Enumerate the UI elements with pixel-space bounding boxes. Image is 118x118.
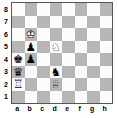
square-e6[interactable] bbox=[62, 28, 75, 41]
square-e7[interactable] bbox=[62, 16, 75, 29]
white-knight[interactable]: ♞♘ bbox=[51, 41, 61, 54]
rank-label-2: 2 bbox=[0, 78, 11, 91]
square-e5[interactable] bbox=[62, 41, 75, 54]
square-h8[interactable] bbox=[100, 3, 113, 16]
rank-label-8: 8 bbox=[0, 3, 11, 16]
square-g1[interactable] bbox=[87, 91, 100, 104]
square-a4[interactable]: ♚ bbox=[12, 53, 25, 66]
square-a8[interactable] bbox=[12, 3, 25, 16]
square-f3[interactable] bbox=[75, 66, 88, 79]
black-king[interactable]: ♚ bbox=[13, 53, 23, 66]
square-d4[interactable] bbox=[50, 53, 63, 66]
square-d2[interactable]: ♛♕ bbox=[50, 78, 63, 91]
rank-label-3: 3 bbox=[0, 66, 11, 79]
file-label-e: e bbox=[61, 105, 74, 115]
white-knight-glyph: ♘ bbox=[51, 40, 61, 54]
rank-label-4: 4 bbox=[0, 53, 11, 66]
file-label-b: b bbox=[24, 105, 37, 115]
square-f2[interactable] bbox=[75, 78, 88, 91]
rank-label-6: 6 bbox=[0, 28, 11, 41]
square-b6[interactable]: ♚♔ bbox=[25, 28, 38, 41]
file-label-c: c bbox=[36, 105, 49, 115]
square-c7[interactable] bbox=[37, 16, 50, 29]
rank-label-5: 5 bbox=[0, 41, 11, 54]
square-c3[interactable] bbox=[37, 66, 50, 79]
file-label-h: h bbox=[99, 105, 112, 115]
square-f5[interactable] bbox=[75, 41, 88, 54]
square-g5[interactable] bbox=[87, 41, 100, 54]
black-pawn-glyph: ♟ bbox=[26, 52, 36, 66]
square-b3[interactable] bbox=[25, 66, 38, 79]
white-rook-glyph: ♖ bbox=[13, 77, 23, 91]
square-c8[interactable] bbox=[37, 3, 50, 16]
rank-labels: 87654321 bbox=[0, 2, 11, 104]
square-e1[interactable] bbox=[62, 91, 75, 104]
square-g4[interactable] bbox=[87, 53, 100, 66]
square-h3[interactable] bbox=[100, 66, 113, 79]
square-c2[interactable] bbox=[37, 78, 50, 91]
square-a6[interactable] bbox=[12, 28, 25, 41]
square-b2[interactable] bbox=[25, 78, 38, 91]
square-a7[interactable] bbox=[12, 16, 25, 29]
file-label-d: d bbox=[49, 105, 62, 115]
rank-label-7: 7 bbox=[0, 16, 11, 29]
file-label-g: g bbox=[86, 105, 99, 115]
square-d5[interactable]: ♞♘ bbox=[50, 41, 63, 54]
square-e8[interactable] bbox=[62, 3, 75, 16]
chess-diagram: 87654321 ♚♔♟♞♘♚♟♛♞♜♖♛♕ abcdefgh bbox=[0, 2, 113, 115]
white-rook[interactable]: ♜♖ bbox=[13, 78, 23, 91]
square-e3[interactable] bbox=[62, 66, 75, 79]
white-king-glyph: ♔ bbox=[26, 27, 36, 41]
square-h5[interactable] bbox=[100, 41, 113, 54]
square-f8[interactable] bbox=[75, 3, 88, 16]
white-king[interactable]: ♚♔ bbox=[26, 28, 36, 41]
square-h6[interactable] bbox=[100, 28, 113, 41]
square-h1[interactable] bbox=[100, 91, 113, 104]
square-e2[interactable] bbox=[62, 78, 75, 91]
square-d8[interactable] bbox=[50, 3, 63, 16]
square-f1[interactable] bbox=[75, 91, 88, 104]
square-g6[interactable] bbox=[87, 28, 100, 41]
square-f7[interactable] bbox=[75, 16, 88, 29]
square-c6[interactable] bbox=[37, 28, 50, 41]
square-f4[interactable] bbox=[75, 53, 88, 66]
square-a1[interactable] bbox=[12, 91, 25, 104]
square-a2[interactable]: ♜♖ bbox=[12, 78, 25, 91]
square-g2[interactable] bbox=[87, 78, 100, 91]
square-c1[interactable] bbox=[37, 91, 50, 104]
board: ♚♔♟♞♘♚♟♛♞♜♖♛♕ bbox=[11, 2, 113, 104]
square-h2[interactable] bbox=[100, 78, 113, 91]
white-queen[interactable]: ♛♕ bbox=[51, 78, 61, 91]
square-g8[interactable] bbox=[87, 3, 100, 16]
square-b4[interactable]: ♟ bbox=[25, 53, 38, 66]
file-label-f: f bbox=[74, 105, 87, 115]
square-g3[interactable] bbox=[87, 66, 100, 79]
square-d7[interactable] bbox=[50, 16, 63, 29]
square-b8[interactable] bbox=[25, 3, 38, 16]
square-c5[interactable] bbox=[37, 41, 50, 54]
square-f6[interactable] bbox=[75, 28, 88, 41]
square-h7[interactable] bbox=[100, 16, 113, 29]
square-b1[interactable] bbox=[25, 91, 38, 104]
black-pawn[interactable]: ♟ bbox=[26, 53, 36, 66]
square-c4[interactable] bbox=[37, 53, 50, 66]
square-g7[interactable] bbox=[87, 16, 100, 29]
square-h4[interactable] bbox=[100, 53, 113, 66]
square-e4[interactable] bbox=[62, 53, 75, 66]
white-queen-glyph: ♕ bbox=[51, 77, 61, 91]
black-king-glyph: ♚ bbox=[13, 52, 23, 66]
rank-label-1: 1 bbox=[0, 91, 11, 104]
file-label-a: a bbox=[11, 105, 24, 115]
file-labels: abcdefgh bbox=[11, 104, 113, 115]
square-d1[interactable] bbox=[50, 91, 63, 104]
square-d6[interactable] bbox=[50, 28, 63, 41]
